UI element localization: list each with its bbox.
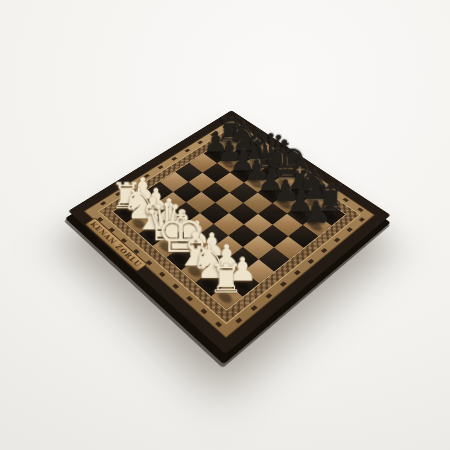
playing-area: ♜♞♝♛♚♝♞♜♟♟♟♟♟♟♟♟♟♟♟♟♟♟♟♟♜♞♝♛♚♝♞♜ — [112, 135, 347, 310]
black-pawn-glyph: ♟ — [286, 197, 347, 227]
white-rook-glyph: ♜ — [193, 259, 260, 299]
ornament-band: ♜♞♝♛♚♝♞♜♟♟♟♟♟♟♟♟♟♟♟♟♟♟♟♟♜♞♝♛♚♝♞♜ — [98, 127, 361, 324]
scene: ♜♞♝♛♚♝♞♜♟♟♟♟♟♟♟♟♟♟♟♟♟♟♟♟♜♞♝♛♚♝♞♜ KENAN Z… — [0, 0, 450, 450]
board-grid: ♜♞♝♛♚♝♞♜♟♟♟♟♟♟♟♟♟♟♟♟♟♟♟♟♜♞♝♛♚♝♞♜ — [113, 136, 345, 309]
square-h1: ♜ — [211, 283, 243, 309]
chess-board: ♜♞♝♛♚♝♞♜♟♟♟♟♟♟♟♟♟♟♟♟♟♟♟♟♜♞♝♛♚♝♞♜ KENAN Z… — [68, 110, 390, 354]
board-perspective: ♜♞♝♛♚♝♞♜♟♟♟♟♟♟♟♟♟♟♟♟♟♟♟♟♜♞♝♛♚♝♞♜ KENAN Z… — [0, 0, 450, 450]
wood-border-band: ♜♞♝♛♚♝♞♜♟♟♟♟♟♟♟♟♟♟♟♟♟♟♟♟♜♞♝♛♚♝♞♜ — [84, 119, 375, 338]
